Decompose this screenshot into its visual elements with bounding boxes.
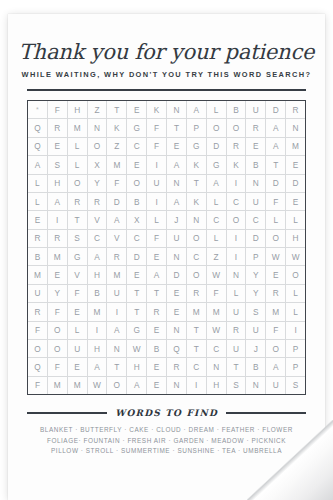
grid-cell: J — [167, 211, 186, 228]
grid-cell: D — [266, 101, 285, 118]
grid-cell: H — [207, 377, 226, 394]
grid-cell: E — [28, 211, 47, 228]
grid-cell: E — [286, 156, 305, 173]
grid-cell: Q — [28, 138, 47, 155]
grid-cell: N — [246, 175, 265, 192]
grid-cell: M — [207, 303, 226, 320]
grid-cell: A — [88, 248, 107, 265]
grid-cell: N — [207, 358, 226, 375]
grid-cell: E — [147, 322, 166, 339]
grid-cell: M — [187, 303, 206, 320]
page-curl-corner — [247, 420, 333, 500]
grid-cell: A — [127, 377, 146, 394]
grid-cell: O — [227, 211, 246, 228]
grid-cell: A — [207, 175, 226, 192]
grid-cell: L — [207, 101, 226, 118]
grid-cell: Y — [246, 285, 265, 302]
grid-cell: A — [88, 358, 107, 375]
grid-cell: U — [246, 322, 265, 339]
grid-cell: A — [107, 322, 126, 339]
grid-cell: S — [48, 156, 67, 173]
grid-cell: P — [187, 119, 206, 136]
grid-cell: U — [107, 285, 126, 302]
grid-cell: N — [88, 119, 107, 136]
grid-cell: R — [68, 193, 87, 210]
grid-cell: H — [127, 358, 146, 375]
grid-cell: S — [227, 377, 246, 394]
grid-cell: Q — [28, 358, 47, 375]
grid-cell: I — [147, 156, 166, 173]
grid-cell: N — [227, 266, 246, 283]
grid-cell: Y — [246, 266, 265, 283]
grid-cell: F — [48, 101, 67, 118]
grid-cell: F — [266, 193, 285, 210]
grid-cell: M — [107, 156, 126, 173]
grid-cell: A — [107, 211, 126, 228]
grid-cell: U — [246, 193, 265, 210]
grid-cell: O — [48, 340, 67, 357]
grid-cell: W — [207, 322, 226, 339]
grid-cell: B — [28, 248, 47, 265]
grid-cell: D — [107, 193, 126, 210]
grid-cell: R — [167, 358, 186, 375]
grid-cell: F — [207, 285, 226, 302]
grid-cell: E — [266, 266, 285, 283]
grid-cell: E — [147, 377, 166, 394]
grid-cell: C — [187, 248, 206, 265]
word-search-grid: *FHZTEKNALBUDRQRMNKGFTPOORANQELOZCFEGDRE… — [27, 100, 306, 395]
grid-cell: O — [68, 175, 87, 192]
grid-cell: H — [286, 230, 305, 247]
grid-cell: L — [266, 211, 285, 228]
grid-cell: T — [227, 358, 246, 375]
grid-cell: M — [107, 266, 126, 283]
grid-cell: F — [48, 303, 67, 320]
grid-cell: C — [127, 230, 146, 247]
grid-cell: L — [286, 211, 305, 228]
words-to-find-header: WORDS TO FIND — [27, 408, 306, 418]
grid-cell: W — [207, 266, 226, 283]
grid-cell: I — [227, 248, 246, 265]
grid-cell: K — [227, 156, 246, 173]
grid-cell: N — [167, 377, 186, 394]
grid-cell: O — [88, 138, 107, 155]
grid-cell: L — [227, 285, 246, 302]
grid-cell: E — [48, 138, 67, 155]
grid-cell: W — [266, 248, 285, 265]
grid-cell: M — [48, 248, 67, 265]
grid-cell: T — [187, 322, 206, 339]
header-rule-right — [226, 412, 306, 414]
grid-cell: O — [28, 340, 47, 357]
grid-cell: N — [107, 340, 126, 357]
grid-cell: F — [107, 175, 126, 192]
grid-cell: E — [127, 101, 146, 118]
grid-cell: Q — [28, 119, 47, 136]
grid-cell: H — [68, 101, 87, 118]
grid-cell: Y — [88, 175, 107, 192]
grid-cell: L — [28, 193, 47, 210]
grid-cell: O — [187, 230, 206, 247]
grid-cell: F — [68, 285, 87, 302]
grid-cell: E — [167, 285, 186, 302]
grid-cell: R — [227, 322, 246, 339]
grid-cell: H — [88, 340, 107, 357]
grid-cell: A — [28, 156, 47, 173]
grid-cell: S — [286, 377, 305, 394]
grid-cell: T — [167, 119, 186, 136]
grid-cell: I — [286, 322, 305, 339]
grid-cell: T — [266, 156, 285, 173]
grid-cell: K — [187, 156, 206, 173]
grid-cell: E — [48, 266, 67, 283]
grid-cell: G — [127, 119, 146, 136]
grid-cell: C — [246, 211, 265, 228]
grid-cell: L — [207, 193, 226, 210]
grid-cell: B — [246, 358, 265, 375]
grid-cell: N — [246, 377, 265, 394]
grid-cell: E — [147, 248, 166, 265]
grid-cell: Q — [167, 340, 186, 357]
grid-cell: E — [246, 138, 265, 155]
grid-cell: M — [286, 138, 305, 155]
grid-cell: L — [286, 303, 305, 320]
grid-cell: N — [286, 119, 305, 136]
grid-cell: A — [266, 358, 285, 375]
grid-cell: O — [187, 266, 206, 283]
grid-cell: G — [68, 248, 87, 265]
grid-cell: T — [127, 303, 146, 320]
grid-cell: L — [28, 175, 47, 192]
grid-cell: D — [286, 175, 305, 192]
grid-cell: N — [167, 322, 186, 339]
grid-cell: A — [187, 101, 206, 118]
grid-cell: H — [88, 266, 107, 283]
grid-cell: C — [207, 211, 226, 228]
grid-cell: M — [266, 303, 285, 320]
grid-cell: Y — [48, 285, 67, 302]
grid-cell: R — [107, 248, 126, 265]
grid-cell: I — [88, 322, 107, 339]
grid-cell: T — [147, 285, 166, 302]
grid-cell: U — [227, 340, 246, 357]
grid-cell: R — [246, 119, 265, 136]
grid-cell: E — [286, 193, 305, 210]
grid-cell: O — [127, 175, 146, 192]
grid-cell: R — [227, 138, 246, 155]
grid-cell: E — [147, 358, 166, 375]
grid-cell: X — [127, 211, 146, 228]
grid-cell: F — [48, 358, 67, 375]
grid-cell: C — [207, 340, 226, 357]
grid-cell: R — [28, 230, 47, 247]
grid-cell: F — [147, 138, 166, 155]
grid-cell: E — [167, 303, 186, 320]
grid-cell: X — [88, 156, 107, 173]
grid-cell: T — [187, 175, 206, 192]
grid-cell: E — [68, 358, 87, 375]
grid-cell: D — [127, 248, 146, 265]
grid-cell: Z — [207, 248, 226, 265]
grid-cell: O — [207, 119, 226, 136]
grid-cell: A — [147, 266, 166, 283]
grid-cell: R — [48, 230, 67, 247]
grid-cell: U — [147, 175, 166, 192]
grid-cell: A — [167, 193, 186, 210]
grid-cell: O — [266, 230, 285, 247]
grid-cell: D — [167, 266, 186, 283]
grid-cell: V — [88, 211, 107, 228]
grid-cell: N — [167, 101, 186, 118]
grid-cell: W — [286, 248, 305, 265]
grid-cell: T — [68, 211, 87, 228]
grid-cell: B — [227, 101, 246, 118]
grid-cell: O — [227, 119, 246, 136]
grid-cell: U — [167, 230, 186, 247]
grid-cell: W — [127, 340, 146, 357]
grid-cell: D — [266, 175, 285, 192]
grid-cell: J — [246, 340, 265, 357]
grid-cell: U — [68, 340, 87, 357]
grid-cell: G — [127, 322, 146, 339]
grid-cell: E — [68, 303, 87, 320]
grid-cell: D — [207, 138, 226, 155]
grid-cell: I — [187, 377, 206, 394]
grid-cell: B — [88, 285, 107, 302]
grid-cell: U — [266, 377, 285, 394]
grid-cell: A — [48, 193, 67, 210]
grid-cell: K — [187, 193, 206, 210]
grid-cell: Z — [107, 138, 126, 155]
grid-cell: T — [107, 101, 126, 118]
grid-cell: O — [266, 340, 285, 357]
grid-cell: F — [147, 230, 166, 247]
grid-cell: E — [167, 138, 186, 155]
grid-cell: S — [246, 303, 265, 320]
grid-cell: B — [127, 193, 146, 210]
grid-cell: M — [68, 377, 87, 394]
grid-cell: E — [127, 156, 146, 173]
grid-cell: C — [88, 230, 107, 247]
grid-cell: U — [246, 101, 265, 118]
divider-rule — [27, 89, 306, 91]
grid-cell: P — [246, 248, 265, 265]
grid-cell: L — [286, 285, 305, 302]
grid-cell: N — [167, 248, 186, 265]
grid-cell: L — [68, 322, 87, 339]
grid-cell: T — [127, 285, 146, 302]
grid-cell: C — [227, 193, 246, 210]
grid-cell: I — [147, 193, 166, 210]
grid-cell: A — [167, 156, 186, 173]
grid-cell: B — [147, 340, 166, 357]
grid-cell: F — [28, 322, 47, 339]
grid-cell: C — [127, 138, 146, 155]
words-to-find-label: WORDS TO FIND — [107, 408, 226, 418]
grid-cell: E — [127, 266, 146, 283]
grid-cell: V — [68, 266, 87, 283]
grid-cell: R — [88, 193, 107, 210]
grid-cell: U — [28, 285, 47, 302]
grid-cell: L — [147, 211, 166, 228]
header-rule-left — [27, 412, 107, 414]
grid-cell: F — [28, 377, 47, 394]
grid-cell: V — [107, 230, 126, 247]
grid-cell: A — [266, 138, 285, 155]
grid-cell: R — [286, 101, 305, 118]
grid-cell: U — [227, 303, 246, 320]
grid-cell: D — [246, 230, 265, 247]
grid-cell: M — [28, 266, 47, 283]
grid-cell: N — [167, 175, 186, 192]
grid-cell: * — [28, 101, 47, 118]
grid-cell: L — [207, 230, 226, 247]
grid-cell: R — [147, 303, 166, 320]
grid-cell: M — [88, 303, 107, 320]
grid-cell: B — [246, 156, 265, 173]
grid-cell: R — [28, 303, 47, 320]
grid-cell: S — [68, 230, 87, 247]
grid-cell: I — [227, 230, 246, 247]
grid-cell: K — [147, 101, 166, 118]
grid-cell: O — [107, 377, 126, 394]
grid-cell: P — [286, 358, 305, 375]
poster-title: Thank you for your patience — [8, 40, 325, 64]
grid-cell: N — [187, 211, 206, 228]
grid-cell: T — [107, 358, 126, 375]
grid-cell: W — [88, 377, 107, 394]
grid-cell: G — [207, 156, 226, 173]
grid-cell: R — [266, 285, 285, 302]
grid-cell: O — [286, 266, 305, 283]
grid-cell: P — [286, 340, 305, 357]
grid-cell: L — [68, 138, 87, 155]
grid-cell: C — [187, 358, 206, 375]
grid-cell: H — [48, 175, 67, 192]
grid-cell: A — [266, 119, 285, 136]
grid-cell: T — [187, 340, 206, 357]
grid-cell: K — [107, 119, 126, 136]
grid-cell: I — [227, 175, 246, 192]
grid-cell: F — [266, 322, 285, 339]
grid-cell: I — [107, 303, 126, 320]
grid-cell: G — [187, 138, 206, 155]
grid-cell: I — [48, 211, 67, 228]
grid-cell: Z — [88, 101, 107, 118]
grid-cell: F — [147, 119, 166, 136]
poster-subtitle: WHILE WAITING, WHY DON'T YOU TRY THIS WO… — [8, 70, 325, 79]
grid-cell: R — [187, 285, 206, 302]
grid-cell: M — [68, 119, 87, 136]
grid-cell: M — [48, 377, 67, 394]
grid-cell: O — [48, 322, 67, 339]
grid-cell: R — [48, 119, 67, 136]
grid-cell: L — [68, 156, 87, 173]
